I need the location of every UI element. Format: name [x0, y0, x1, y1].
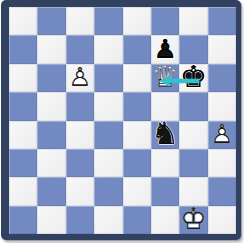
square-a5[interactable]	[9, 92, 37, 120]
square-h7[interactable]	[208, 35, 236, 63]
square-g1[interactable]: ♚♔	[179, 206, 207, 234]
square-c6[interactable]: ♟♙	[66, 64, 94, 92]
square-d7[interactable]	[94, 35, 122, 63]
white-pawn-c6[interactable]: ♟♙	[66, 64, 94, 92]
black-king-g6[interactable]: ♚♔	[179, 64, 207, 92]
square-g6[interactable]: ♚♔	[179, 64, 207, 92]
square-a7[interactable]	[9, 35, 37, 63]
black-pawn-f7[interactable]: ♟♙	[151, 35, 179, 63]
square-c5[interactable]	[66, 92, 94, 120]
white-pawn-h4[interactable]: ♟♙	[208, 121, 236, 149]
square-b1[interactable]	[37, 206, 65, 234]
white-queen-f6[interactable]: ♛♕	[151, 64, 179, 92]
square-h8[interactable]	[208, 7, 236, 35]
square-f3[interactable]	[151, 149, 179, 177]
square-d3[interactable]	[94, 149, 122, 177]
square-e4[interactable]	[123, 121, 151, 149]
square-d5[interactable]	[94, 92, 122, 120]
square-b5[interactable]	[37, 92, 65, 120]
square-f4[interactable]: ♞♘	[151, 121, 179, 149]
square-a1[interactable]	[9, 206, 37, 234]
square-f1[interactable]	[151, 206, 179, 234]
square-a2[interactable]	[9, 177, 37, 205]
square-h5[interactable]	[208, 92, 236, 120]
square-f6[interactable]: ♛♕	[151, 64, 179, 92]
square-d4[interactable]	[94, 121, 122, 149]
square-g5[interactable]	[179, 92, 207, 120]
square-h6[interactable]	[208, 64, 236, 92]
square-e3[interactable]	[123, 149, 151, 177]
square-a3[interactable]	[9, 149, 37, 177]
square-e6[interactable]	[123, 64, 151, 92]
square-f5[interactable]	[151, 92, 179, 120]
square-c7[interactable]	[66, 35, 94, 63]
square-d6[interactable]	[94, 64, 122, 92]
black-knight-f4[interactable]: ♞♘	[151, 121, 179, 149]
square-e5[interactable]	[123, 92, 151, 120]
square-a8[interactable]	[9, 7, 37, 35]
square-h3[interactable]	[208, 149, 236, 177]
white-king-g1[interactable]: ♚♔	[179, 206, 207, 234]
square-e1[interactable]	[123, 206, 151, 234]
square-g7[interactable]	[179, 35, 207, 63]
square-g8[interactable]	[179, 7, 207, 35]
square-c8[interactable]	[66, 7, 94, 35]
square-h4[interactable]: ♟♙	[208, 121, 236, 149]
square-g3[interactable]	[179, 149, 207, 177]
square-g2[interactable]	[179, 177, 207, 205]
square-b3[interactable]	[37, 149, 65, 177]
square-e8[interactable]	[123, 7, 151, 35]
square-a4[interactable]	[9, 121, 37, 149]
square-b4[interactable]	[37, 121, 65, 149]
square-f8[interactable]	[151, 7, 179, 35]
square-b2[interactable]	[37, 177, 65, 205]
square-d8[interactable]	[94, 7, 122, 35]
square-b8[interactable]	[37, 7, 65, 35]
square-f2[interactable]	[151, 177, 179, 205]
square-d1[interactable]	[94, 206, 122, 234]
square-e7[interactable]	[123, 35, 151, 63]
chess-board[interactable]: ♟♙♟♙♛♕♚♔♞♘♟♙♚♔	[9, 7, 236, 234]
square-h1[interactable]	[208, 206, 236, 234]
square-g4[interactable]	[179, 121, 207, 149]
square-h2[interactable]	[208, 177, 236, 205]
square-b6[interactable]	[37, 64, 65, 92]
square-c4[interactable]	[66, 121, 94, 149]
square-a6[interactable]	[9, 64, 37, 92]
square-e2[interactable]	[123, 177, 151, 205]
square-c3[interactable]	[66, 149, 94, 177]
square-c2[interactable]	[66, 177, 94, 205]
square-b7[interactable]	[37, 35, 65, 63]
square-c1[interactable]	[66, 206, 94, 234]
square-d2[interactable]	[94, 177, 122, 205]
square-f7[interactable]: ♟♙	[151, 35, 179, 63]
